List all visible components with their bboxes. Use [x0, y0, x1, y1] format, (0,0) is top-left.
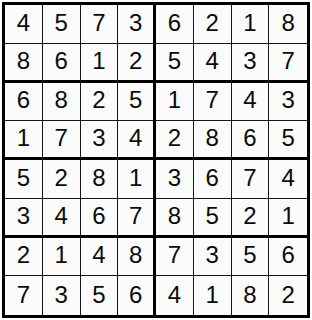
grid-cell-r7c6[interactable]: 3 [194, 238, 232, 277]
grid-cell-r5c3[interactable]: 8 [81, 160, 119, 199]
grid-cell-r5c5[interactable]: 3 [156, 160, 194, 199]
grid-cell-r6c4[interactable]: 7 [118, 199, 156, 238]
grid-cell-r4c8[interactable]: 5 [269, 121, 307, 160]
grid-cell-r7c8[interactable]: 6 [269, 238, 307, 277]
grid-cell-r4c5[interactable]: 2 [156, 121, 194, 160]
grid-cell-r4c2[interactable]: 7 [43, 121, 81, 160]
grid-cell-r5c8[interactable]: 4 [269, 160, 307, 199]
grid-cell-r6c2[interactable]: 4 [43, 199, 81, 238]
grid-cell-r1c5[interactable]: 6 [156, 5, 194, 44]
grid-cell-r3c2[interactable]: 8 [43, 83, 81, 122]
sudoku-diagram: 4573621886125437682517431734286552813674… [0, 0, 312, 320]
grid-cell-r8c2[interactable]: 3 [43, 276, 81, 315]
grid-cell-r2c3[interactable]: 1 [81, 44, 119, 83]
grid-cell-r6c6[interactable]: 5 [194, 199, 232, 238]
grid-cell-r7c4[interactable]: 8 [118, 238, 156, 277]
grid-cell-r7c2[interactable]: 1 [43, 238, 81, 277]
grid-cell-r4c1[interactable]: 1 [5, 121, 43, 160]
grid-cell-r1c4[interactable]: 3 [118, 5, 156, 44]
grid-cell-r2c6[interactable]: 4 [194, 44, 232, 83]
grid-cell-r7c3[interactable]: 4 [81, 238, 119, 277]
grid-cell-r1c8[interactable]: 8 [269, 5, 307, 44]
grid-cell-r8c1[interactable]: 7 [5, 276, 43, 315]
grid-cell-r6c5[interactable]: 8 [156, 199, 194, 238]
grid-cell-r5c1[interactable]: 5 [5, 160, 43, 199]
grid-cell-r8c7[interactable]: 8 [232, 276, 270, 315]
grid-cell-r2c8[interactable]: 7 [269, 44, 307, 83]
grid-cell-r1c1[interactable]: 4 [5, 5, 43, 44]
grid-cell-r3c5[interactable]: 1 [156, 83, 194, 122]
grid-cell-r6c1[interactable]: 3 [5, 199, 43, 238]
grid-cell-r1c6[interactable]: 2 [194, 5, 232, 44]
grid-cell-r8c4[interactable]: 6 [118, 276, 156, 315]
grid-cell-r2c7[interactable]: 3 [232, 44, 270, 83]
grid-cell-r7c7[interactable]: 5 [232, 238, 270, 277]
grid-cell-r8c5[interactable]: 4 [156, 276, 194, 315]
grid-cell-r1c7[interactable]: 1 [232, 5, 270, 44]
grid-cell-r6c3[interactable]: 6 [81, 199, 119, 238]
grid-cell-r2c1[interactable]: 8 [5, 44, 43, 83]
grid-cell-r7c1[interactable]: 2 [5, 238, 43, 277]
grid-cell-r2c2[interactable]: 6 [43, 44, 81, 83]
grid-cell-r5c2[interactable]: 2 [43, 160, 81, 199]
grid-cell-r3c4[interactable]: 5 [118, 83, 156, 122]
sudoku-board: 4573621886125437682517431734286552813674… [2, 2, 310, 318]
grid-cell-r3c6[interactable]: 7 [194, 83, 232, 122]
grid-cell-r8c6[interactable]: 1 [194, 276, 232, 315]
grid-cell-r4c4[interactable]: 4 [118, 121, 156, 160]
grid-cell-r3c7[interactable]: 4 [232, 83, 270, 122]
grid-cell-r6c7[interactable]: 2 [232, 199, 270, 238]
grid-cell-r2c4[interactable]: 2 [118, 44, 156, 83]
grid-cell-r3c1[interactable]: 6 [5, 83, 43, 122]
grid-cell-r7c5[interactable]: 7 [156, 238, 194, 277]
grid-cell-r5c6[interactable]: 6 [194, 160, 232, 199]
grid-cell-r8c8[interactable]: 2 [269, 276, 307, 315]
grid-cell-r8c3[interactable]: 5 [81, 276, 119, 315]
grid-cell-r3c8[interactable]: 3 [269, 83, 307, 122]
grid-cell-r4c7[interactable]: 6 [232, 121, 270, 160]
grid-cell-r5c4[interactable]: 1 [118, 160, 156, 199]
grid-cell-r4c3[interactable]: 3 [81, 121, 119, 160]
grid-cell-r3c3[interactable]: 2 [81, 83, 119, 122]
grid-cell-r1c3[interactable]: 7 [81, 5, 119, 44]
grid-cell-r1c2[interactable]: 5 [43, 5, 81, 44]
grid-cell-r6c8[interactable]: 1 [269, 199, 307, 238]
grid-cell-r2c5[interactable]: 5 [156, 44, 194, 83]
grid-cell-r4c6[interactable]: 8 [194, 121, 232, 160]
grid-cell-r5c7[interactable]: 7 [232, 160, 270, 199]
